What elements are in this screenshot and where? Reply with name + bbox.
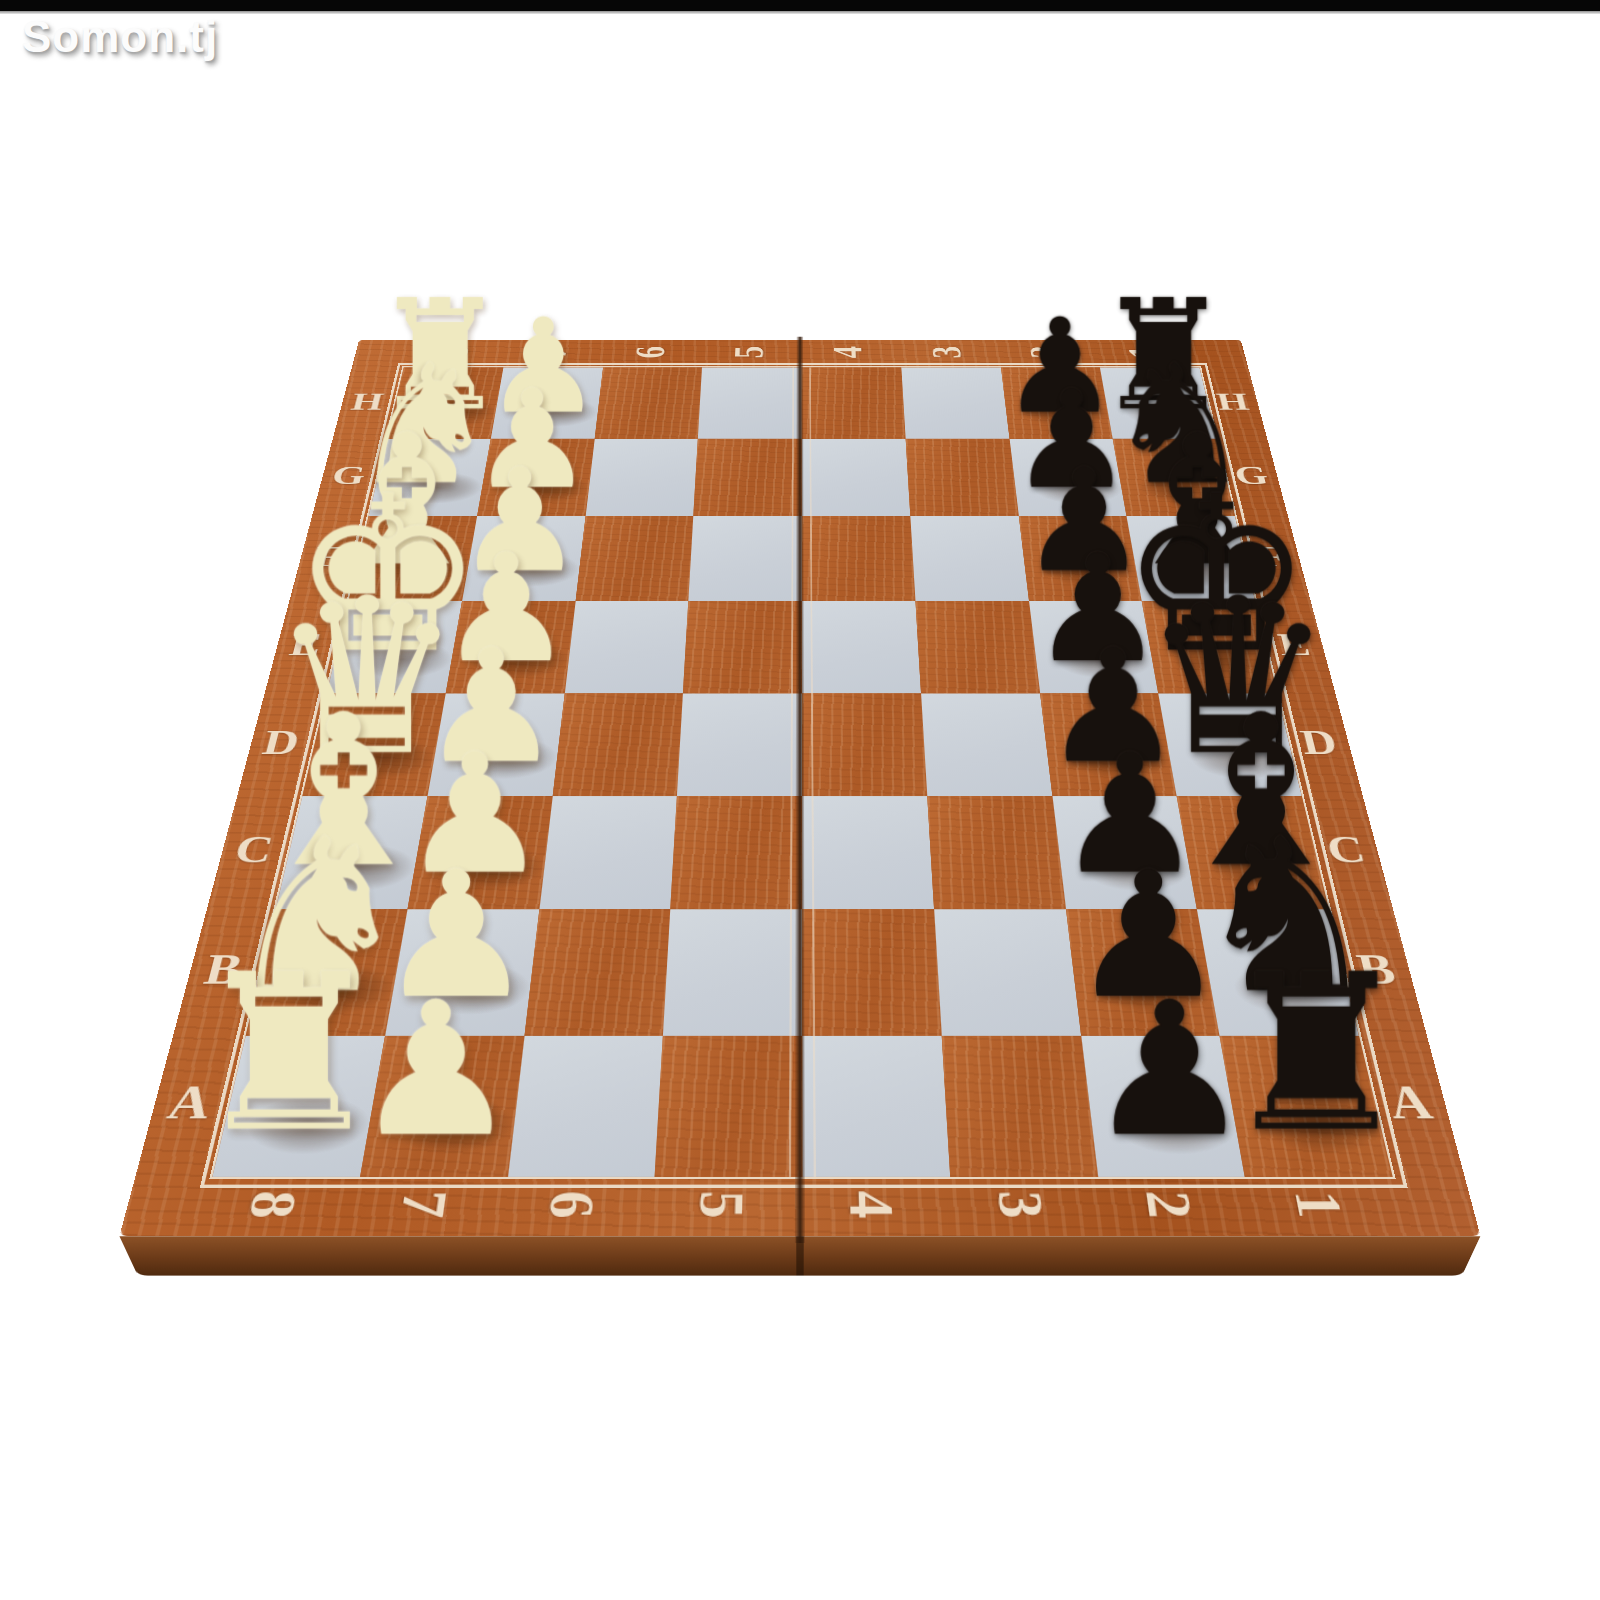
square-b3 xyxy=(934,909,1081,1035)
product-photo-page: Somon.tj ♜♞♝♛♚♝♞♜♟♟♟♟♟♟♟♟♟♟♟♟♟♟♟♟♜♞♝♛♚♝♞… xyxy=(0,0,1600,1600)
square-f5 xyxy=(689,516,802,601)
rank-label-front-8: 8 xyxy=(193,1177,354,1232)
black-rook-glyph: ♜ xyxy=(1219,946,1413,1162)
square-a5 xyxy=(655,1035,803,1177)
square-e5 xyxy=(683,601,802,694)
square-a4 xyxy=(802,1035,950,1177)
square-d6 xyxy=(552,693,683,795)
chess-board: ♜♞♝♛♚♝♞♜♟♟♟♟♟♟♟♟♟♟♟♟♟♟♟♟♜♞♝♛♚♝♞♜ HGFEDCB… xyxy=(119,340,1480,1237)
rank-label-back-3: 3 xyxy=(895,340,996,364)
square-g4 xyxy=(802,439,910,516)
square-g3 xyxy=(905,439,1018,516)
square-a6 xyxy=(507,1035,663,1177)
rank-label-back-5: 5 xyxy=(698,340,797,364)
square-d5 xyxy=(677,693,802,795)
square-a3 xyxy=(941,1035,1097,1177)
square-e3 xyxy=(915,601,1039,694)
square-h5 xyxy=(698,367,802,438)
square-c5 xyxy=(671,796,803,909)
square-h3 xyxy=(901,367,1009,438)
square-d4 xyxy=(802,693,927,795)
square-d3 xyxy=(921,693,1052,795)
rank-label-front-6: 6 xyxy=(495,1177,649,1232)
white-pawn-a7: ♟ xyxy=(360,1035,524,1177)
watermark: Somon.tj xyxy=(22,12,218,62)
square-e6 xyxy=(564,601,688,694)
rank-label-back-6: 6 xyxy=(599,340,700,364)
square-f4 xyxy=(802,516,915,601)
square-f3 xyxy=(910,516,1028,601)
rank-label-front-1: 1 xyxy=(1239,1177,1399,1232)
square-c6 xyxy=(539,796,677,909)
rank-label-front-7: 7 xyxy=(344,1177,501,1232)
square-e4 xyxy=(802,601,921,694)
square-h6 xyxy=(594,367,702,438)
board-scene: ♜♞♝♛♚♝♞♜♟♟♟♟♟♟♟♟♟♟♟♟♟♟♟♟♜♞♝♛♚♝♞♜ HGFEDCB… xyxy=(265,87,1335,1297)
square-b5 xyxy=(663,909,802,1035)
top-black-bar xyxy=(0,0,1600,11)
square-b4 xyxy=(802,909,941,1035)
square-c4 xyxy=(802,796,934,909)
black-rook-a1: ♜ xyxy=(1220,1035,1393,1177)
rank-label-front-3: 3 xyxy=(944,1177,1098,1232)
square-h4 xyxy=(802,367,906,438)
rank-label-front-4: 4 xyxy=(796,1177,947,1232)
square-g6 xyxy=(585,439,698,516)
square-g5 xyxy=(694,439,802,516)
square-c3 xyxy=(927,796,1065,909)
rank-label-front-2: 2 xyxy=(1091,1177,1248,1232)
square-b6 xyxy=(524,909,671,1035)
white-pawn-glyph: ♟ xyxy=(353,977,519,1162)
rank-label-front-5: 5 xyxy=(645,1177,796,1232)
top-bar-shadow xyxy=(0,11,1600,14)
square-f6 xyxy=(575,516,693,601)
rank-label-back-4: 4 xyxy=(797,340,896,364)
